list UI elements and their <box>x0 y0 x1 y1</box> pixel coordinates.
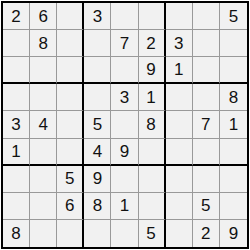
cell-r9c1-given: 8 <box>3 220 30 247</box>
cell-r7c9-empty[interactable] <box>220 166 247 193</box>
cell-r7c2-empty[interactable] <box>30 166 57 193</box>
cell-r6c5-given: 9 <box>111 139 138 166</box>
cell-r8c6-empty[interactable] <box>139 193 166 220</box>
cell-r6c7-empty[interactable] <box>166 139 193 166</box>
cell-r9c2-empty[interactable] <box>30 220 57 247</box>
cell-r9c6-given: 5 <box>139 220 166 247</box>
cell-r4c3-empty[interactable] <box>57 84 84 111</box>
cell-r5c3-empty[interactable] <box>57 111 84 138</box>
cell-r9c5-empty[interactable] <box>111 220 138 247</box>
cell-r1c4-given: 3 <box>84 3 111 30</box>
cell-r2c6-given: 2 <box>139 30 166 57</box>
cell-r7c8-empty[interactable] <box>193 166 220 193</box>
cell-r4c4-empty[interactable] <box>84 84 111 111</box>
cell-r5c1-given: 3 <box>3 111 30 138</box>
cell-r6c3-empty[interactable] <box>57 139 84 166</box>
cell-r8c5-given: 1 <box>111 193 138 220</box>
cell-r6c4-given: 4 <box>84 139 111 166</box>
cell-r3c4-empty[interactable] <box>84 57 111 84</box>
cell-r6c9-empty[interactable] <box>220 139 247 166</box>
cell-r6c2-empty[interactable] <box>30 139 57 166</box>
cell-r1c7-empty[interactable] <box>166 3 193 30</box>
cell-r6c8-empty[interactable] <box>193 139 220 166</box>
cell-r3c7-given: 1 <box>166 57 193 84</box>
cell-r2c7-given: 3 <box>166 30 193 57</box>
cell-r1c6-empty[interactable] <box>139 3 166 30</box>
cell-r3c2-empty[interactable] <box>30 57 57 84</box>
cell-r6c1-given: 1 <box>3 139 30 166</box>
cell-r3c3-empty[interactable] <box>57 57 84 84</box>
cell-r2c9-empty[interactable] <box>220 30 247 57</box>
cell-r5c8-given: 7 <box>193 111 220 138</box>
cell-r8c8-given: 5 <box>193 193 220 220</box>
cell-r7c3-given: 5 <box>57 166 84 193</box>
cell-r9c7-empty[interactable] <box>166 220 193 247</box>
cell-r4c8-empty[interactable] <box>193 84 220 111</box>
cell-r9c3-empty[interactable] <box>57 220 84 247</box>
cell-r4c9-given: 8 <box>220 84 247 111</box>
cell-r5c4-given: 5 <box>84 111 111 138</box>
cell-r8c3-given: 6 <box>57 193 84 220</box>
cell-r7c1-empty[interactable] <box>3 166 30 193</box>
cell-r9c4-empty[interactable] <box>84 220 111 247</box>
cell-r2c8-empty[interactable] <box>193 30 220 57</box>
cell-r7c5-empty[interactable] <box>111 166 138 193</box>
cell-r4c7-empty[interactable] <box>166 84 193 111</box>
cell-r2c5-given: 7 <box>111 30 138 57</box>
cell-r8c9-empty[interactable] <box>220 193 247 220</box>
cell-r7c7-empty[interactable] <box>166 166 193 193</box>
cell-r2c1-empty[interactable] <box>3 30 30 57</box>
cell-r4c1-empty[interactable] <box>3 84 30 111</box>
cell-r5c2-given: 4 <box>30 111 57 138</box>
cell-r9c9-given: 9 <box>220 220 247 247</box>
cell-r3c1-empty[interactable] <box>3 57 30 84</box>
cell-r8c4-given: 8 <box>84 193 111 220</box>
cell-r8c2-empty[interactable] <box>30 193 57 220</box>
cell-r1c2-given: 6 <box>30 3 57 30</box>
cell-r8c7-empty[interactable] <box>166 193 193 220</box>
cell-r2c2-given: 8 <box>30 30 57 57</box>
cell-r2c3-empty[interactable] <box>57 30 84 57</box>
cell-r1c8-empty[interactable] <box>193 3 220 30</box>
cell-r3c9-empty[interactable] <box>220 57 247 84</box>
cell-r5c9-given: 1 <box>220 111 247 138</box>
cell-r1c9-given: 5 <box>220 3 247 30</box>
cell-r1c3-empty[interactable] <box>57 3 84 30</box>
sudoku-board: 26358723913183458711495968158529 <box>1 1 249 249</box>
cell-r8c1-empty[interactable] <box>3 193 30 220</box>
cell-r1c1-given: 2 <box>3 3 30 30</box>
cell-r7c4-given: 9 <box>84 166 111 193</box>
cell-r4c6-given: 1 <box>139 84 166 111</box>
cell-r4c5-given: 3 <box>111 84 138 111</box>
cell-r9c8-given: 2 <box>193 220 220 247</box>
cell-r7c6-empty[interactable] <box>139 166 166 193</box>
cell-r5c6-given: 8 <box>139 111 166 138</box>
cell-r1c5-empty[interactable] <box>111 3 138 30</box>
cell-r3c5-empty[interactable] <box>111 57 138 84</box>
cell-r6c6-empty[interactable] <box>139 139 166 166</box>
cell-r4c2-empty[interactable] <box>30 84 57 111</box>
cell-r5c7-empty[interactable] <box>166 111 193 138</box>
cell-r5c5-empty[interactable] <box>111 111 138 138</box>
cell-r3c6-given: 9 <box>139 57 166 84</box>
cell-r2c4-empty[interactable] <box>84 30 111 57</box>
cell-r3c8-empty[interactable] <box>193 57 220 84</box>
